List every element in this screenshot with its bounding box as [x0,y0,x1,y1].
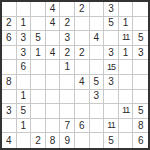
cell-r2c0[interactable]: 6 [2,31,17,46]
cell-r1c8[interactable]: 1 [119,17,134,32]
cell-r2c2[interactable]: 5 [31,31,46,46]
cell-r4c9[interactable] [133,60,148,75]
cell-r7c1[interactable]: 5 [17,104,32,119]
cell-r8c9[interactable]: 8 [133,119,148,134]
cell-r3c8[interactable]: 1 [119,46,134,61]
cell-r8c5[interactable]: 6 [75,119,90,134]
cell-r5c0[interactable]: 8 [2,75,17,90]
cell-r8c8[interactable] [119,119,134,134]
cell-r5c6[interactable]: 5 [90,75,105,90]
cell-r6c1[interactable]: 1 [17,90,32,105]
cell-r1c1[interactable]: 1 [17,17,32,32]
cell-r4c8[interactable] [119,60,134,75]
cell-r2c4[interactable]: 3 [60,31,75,46]
cell-r2c3[interactable] [46,31,61,46]
cell-r8c0[interactable] [2,119,17,134]
cell-r7c9[interactable]: 5 [133,104,148,119]
cell-r4c0[interactable] [2,60,17,75]
cell-r4c5[interactable] [75,60,90,75]
cell-r7c8[interactable]: 11 [119,104,134,119]
cell-r0c0[interactable] [2,2,17,17]
cell-r7c6[interactable] [90,104,105,119]
cell-r2c9[interactable]: 5 [133,31,148,46]
cell-r6c9[interactable] [133,90,148,105]
cell-r0c1[interactable] [17,2,32,17]
cell-r9c7[interactable]: 5 [104,133,119,148]
cell-r2c1[interactable]: 3 [17,31,32,46]
cell-r0c9[interactable] [133,2,148,17]
cell-r2c8[interactable]: 11 [119,31,134,46]
cell-r9c3[interactable]: 8 [46,133,61,148]
cell-r6c7[interactable] [104,90,119,105]
cell-r8c7[interactable]: 11 [104,119,119,134]
cell-r6c2[interactable] [31,90,46,105]
cell-r3c9[interactable]: 3 [133,46,148,61]
cell-r4c4[interactable]: 1 [60,60,75,75]
cell-r9c9[interactable]: 6 [133,133,148,148]
cell-r1c5[interactable] [75,17,90,32]
cell-r6c0[interactable] [2,90,17,105]
cell-r4c6[interactable] [90,60,105,75]
cell-r5c7[interactable]: 3 [104,75,119,90]
cell-r1c7[interactable]: 5 [104,17,119,32]
cell-r9c4[interactable]: 9 [60,133,75,148]
cell-r5c1[interactable] [17,75,32,90]
cell-r4c3[interactable] [46,60,61,75]
cell-r0c2[interactable] [31,2,46,17]
cell-r5c9[interactable] [133,75,148,90]
cell-r1c2[interactable] [31,17,46,32]
cell-r3c1[interactable]: 3 [17,46,32,61]
cell-r2c7[interactable] [104,31,119,46]
cell-r7c0[interactable]: 3 [2,104,17,119]
cell-r9c5[interactable] [75,133,90,148]
cell-r4c2[interactable] [31,60,46,75]
cell-r0c8[interactable] [119,2,134,17]
cell-r5c5[interactable]: 4 [75,75,90,90]
cell-r6c3[interactable] [46,90,61,105]
cell-r4c7[interactable]: 15 [104,60,119,75]
cell-r5c3[interactable] [46,75,61,90]
cell-r1c9[interactable] [133,17,148,32]
cell-r0c5[interactable]: 2 [75,2,90,17]
cell-r9c2[interactable]: 2 [31,133,46,148]
cell-r9c8[interactable] [119,133,134,148]
cell-r3c3[interactable]: 4 [46,46,61,61]
cell-r3c4[interactable]: 2 [60,46,75,61]
cell-r5c4[interactable] [60,75,75,90]
cell-r1c3[interactable]: 4 [46,17,61,32]
cell-r1c6[interactable] [90,17,105,32]
cell-r8c1[interactable]: 1 [17,119,32,134]
cell-r9c6[interactable] [90,133,105,148]
cell-r5c2[interactable] [31,75,46,90]
cell-r3c0[interactable] [2,46,17,61]
cell-r8c6[interactable] [90,119,105,134]
cell-r0c4[interactable] [60,2,75,17]
cell-r6c5[interactable] [75,90,90,105]
cell-r1c0[interactable]: 2 [2,17,17,32]
cell-r7c5[interactable] [75,104,90,119]
cell-r3c6[interactable] [90,46,105,61]
cell-r7c2[interactable] [31,104,46,119]
cell-r5c8[interactable] [119,75,134,90]
cell-r8c4[interactable]: 7 [60,119,75,134]
cell-r6c6[interactable]: 3 [90,90,105,105]
cell-r3c5[interactable]: 2 [75,46,90,61]
cell-r3c7[interactable]: 3 [104,46,119,61]
cell-r0c3[interactable]: 4 [46,2,61,17]
cell-r6c8[interactable] [119,90,134,105]
cell-r2c5[interactable] [75,31,90,46]
cell-r6c4[interactable] [60,90,75,105]
cell-r2c6[interactable]: 4 [90,31,105,46]
fillomino-board: 4232142516353411531422313611584531335115… [0,0,150,150]
cell-r1c4[interactable]: 2 [60,17,75,32]
cell-r9c1[interactable] [17,133,32,148]
cell-r0c7[interactable]: 3 [104,2,119,17]
cell-r7c7[interactable] [104,104,119,119]
cell-r9c0[interactable]: 4 [2,133,17,148]
cell-r3c2[interactable]: 1 [31,46,46,61]
cell-r8c3[interactable] [46,119,61,134]
cell-r7c3[interactable] [46,104,61,119]
cell-r7c4[interactable] [60,104,75,119]
cell-r0c6[interactable] [90,2,105,17]
cell-r4c1[interactable]: 6 [17,60,32,75]
cell-r8c2[interactable] [31,119,46,134]
